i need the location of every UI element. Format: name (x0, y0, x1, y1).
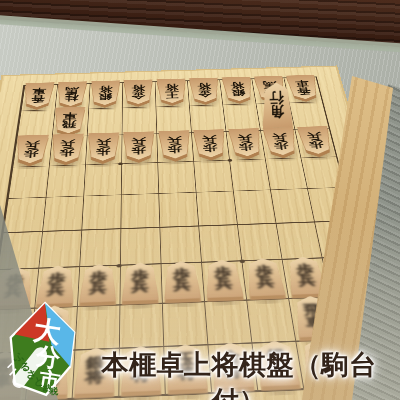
board-cell: 金 将 (187, 79, 223, 105)
board-cell: 金 将 (122, 81, 156, 107)
piece-kanji: 歩 兵 (202, 135, 218, 152)
piece-kanji: 銀 将 (98, 85, 112, 100)
piece-kanji: 飛 車 (62, 112, 78, 128)
board-cell: 歩 兵 (156, 132, 193, 162)
piece-kanji: 歩 兵 (255, 265, 275, 288)
piece-kanji: 金 将 (197, 83, 212, 98)
piece-kanji: 歩 兵 (47, 273, 66, 297)
piece-kanji: 桂 馬 (64, 86, 79, 101)
piece-kanji: 香 車 (31, 87, 47, 102)
board-cell: 香 車 (285, 77, 324, 103)
board-cell: 飛 車 (51, 109, 88, 137)
board-cell: 歩 兵 (226, 130, 266, 160)
piece-kanji: 歩 兵 (59, 139, 75, 156)
board-cell: 王 将 (155, 80, 190, 106)
piece-kanji: 歩 兵 (272, 133, 290, 150)
piece-kanji: 銀 将 (230, 82, 246, 97)
piece-kanji: 歩 兵 (167, 136, 183, 153)
piece-kanji: 王 将 (164, 84, 178, 99)
product-title: 本榧卓上将棋盤（駒台付） (78, 347, 400, 400)
board-cell: 歩 兵 (84, 135, 121, 165)
board-cell: 歩 兵 (191, 131, 229, 161)
piece-kanji: 歩 兵 (131, 137, 146, 154)
piece-kanji: 角 行 (269, 91, 284, 119)
product-photo: 香 車桂 馬銀 将金 将王 将金 将銀 将桂 馬香 車飛 車角 行歩 兵歩 兵歩… (0, 0, 400, 400)
badge-program-char: 税 (49, 386, 59, 396)
board-cell: 歩 兵 (242, 260, 289, 301)
board-cell: 角 行 (256, 102, 295, 130)
board-cell: 桂 馬 (54, 83, 90, 109)
oita-city-badge: 大 分 市 ふ る さ と 納 税 (4, 299, 82, 399)
piece-kanji: 歩 兵 (23, 140, 40, 157)
board-cell: 香 車 (19, 84, 56, 110)
piece-kanji: 歩 兵 (95, 138, 110, 155)
board-cell: 歩 兵 (48, 136, 86, 166)
board-cell: 歩 兵 (296, 128, 338, 158)
piece-kanji: 金 将 (132, 84, 146, 99)
board-cell: 銀 将 (88, 82, 122, 108)
board-cell: 歩 兵 (121, 134, 157, 164)
board-cell: 銀 将 (220, 78, 257, 104)
board-cell: 歩 兵 (76, 266, 120, 308)
piece-kanji: 香 車 (295, 80, 312, 95)
board-cell: 歩 兵 (11, 137, 51, 167)
